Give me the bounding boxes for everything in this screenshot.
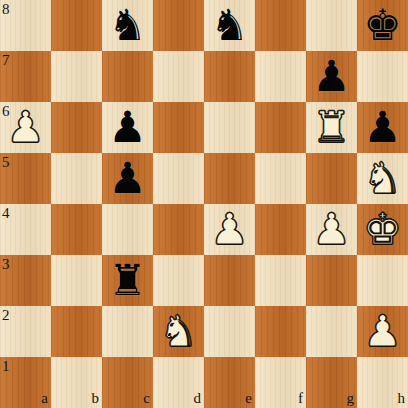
piece-black-pawn[interactable]: ♟ <box>357 102 408 153</box>
square-f6[interactable] <box>255 102 306 153</box>
square-g7[interactable]: ♟ <box>306 51 357 102</box>
square-a7[interactable]: 7 <box>0 51 51 102</box>
square-f2[interactable] <box>255 306 306 357</box>
rank-label-8: 8 <box>2 2 10 17</box>
square-b7[interactable] <box>51 51 102 102</box>
square-g2[interactable] <box>306 306 357 357</box>
square-g8[interactable] <box>306 0 357 51</box>
file-label-a: a <box>41 391 48 406</box>
square-h4[interactable]: ♚ <box>357 204 408 255</box>
piece-black-king[interactable]: ♚ <box>357 0 408 51</box>
square-e5[interactable] <box>204 153 255 204</box>
square-e3[interactable] <box>204 255 255 306</box>
square-d6[interactable] <box>153 102 204 153</box>
square-d8[interactable] <box>153 0 204 51</box>
file-label-c: c <box>143 391 150 406</box>
rank-label-4: 4 <box>2 206 10 221</box>
piece-black-pawn[interactable]: ♟ <box>102 153 153 204</box>
piece-black-pawn[interactable]: ♟ <box>306 51 357 102</box>
square-c4[interactable] <box>102 204 153 255</box>
square-h2[interactable]: ♟ <box>357 306 408 357</box>
square-d4[interactable] <box>153 204 204 255</box>
square-e6[interactable] <box>204 102 255 153</box>
square-c6[interactable]: ♟ <box>102 102 153 153</box>
piece-white-knight[interactable]: ♞ <box>153 306 204 357</box>
square-c8[interactable]: ♞ <box>102 0 153 51</box>
file-label-h: h <box>398 391 406 406</box>
square-c3[interactable]: ♜ <box>102 255 153 306</box>
rank-label-7: 7 <box>2 53 10 68</box>
square-h3[interactable] <box>357 255 408 306</box>
square-c5[interactable]: ♟ <box>102 153 153 204</box>
square-b6[interactable] <box>51 102 102 153</box>
piece-white-king[interactable]: ♚ <box>357 204 408 255</box>
square-e4[interactable]: ♟ <box>204 204 255 255</box>
square-a3[interactable]: 3 <box>0 255 51 306</box>
square-d1[interactable]: d <box>153 357 204 408</box>
rank-label-3: 3 <box>2 257 10 272</box>
square-g6[interactable]: ♜ <box>306 102 357 153</box>
square-d5[interactable] <box>153 153 204 204</box>
square-c2[interactable] <box>102 306 153 357</box>
rank-label-5: 5 <box>2 155 10 170</box>
piece-white-pawn[interactable]: ♟ <box>357 306 408 357</box>
chess-board: 8♞♞♚7♟6♟♟♜♟5♟♞4♟♟♚3♜2♞♟1abcdefgh <box>0 0 408 408</box>
square-d3[interactable] <box>153 255 204 306</box>
piece-white-pawn[interactable]: ♟ <box>0 102 51 153</box>
square-f7[interactable] <box>255 51 306 102</box>
piece-white-pawn[interactable]: ♟ <box>204 204 255 255</box>
file-label-g: g <box>347 391 355 406</box>
square-d7[interactable] <box>153 51 204 102</box>
square-b3[interactable] <box>51 255 102 306</box>
file-label-e: e <box>245 391 252 406</box>
square-b2[interactable] <box>51 306 102 357</box>
square-g3[interactable] <box>306 255 357 306</box>
square-e8[interactable]: ♞ <box>204 0 255 51</box>
square-h8[interactable]: ♚ <box>357 0 408 51</box>
square-e7[interactable] <box>204 51 255 102</box>
square-b4[interactable] <box>51 204 102 255</box>
square-g5[interactable] <box>306 153 357 204</box>
square-e2[interactable] <box>204 306 255 357</box>
piece-black-rook[interactable]: ♜ <box>102 255 153 306</box>
square-a4[interactable]: 4 <box>0 204 51 255</box>
square-d2[interactable]: ♞ <box>153 306 204 357</box>
square-h5[interactable]: ♞ <box>357 153 408 204</box>
square-f4[interactable] <box>255 204 306 255</box>
rank-label-2: 2 <box>2 308 10 323</box>
square-g4[interactable]: ♟ <box>306 204 357 255</box>
square-b5[interactable] <box>51 153 102 204</box>
file-label-d: d <box>194 391 202 406</box>
square-a6[interactable]: 6♟ <box>0 102 51 153</box>
square-f3[interactable] <box>255 255 306 306</box>
square-b8[interactable] <box>51 0 102 51</box>
piece-black-knight[interactable]: ♞ <box>102 0 153 51</box>
square-a1[interactable]: 1a <box>0 357 51 408</box>
square-g1[interactable]: g <box>306 357 357 408</box>
piece-white-pawn[interactable]: ♟ <box>306 204 357 255</box>
square-a5[interactable]: 5 <box>0 153 51 204</box>
file-label-b: b <box>92 391 100 406</box>
piece-white-knight[interactable]: ♞ <box>357 153 408 204</box>
square-a8[interactable]: 8 <box>0 0 51 51</box>
square-e1[interactable]: e <box>204 357 255 408</box>
piece-black-knight[interactable]: ♞ <box>204 0 255 51</box>
rank-label-1: 1 <box>2 359 10 374</box>
square-f8[interactable] <box>255 0 306 51</box>
square-f1[interactable]: f <box>255 357 306 408</box>
square-h7[interactable] <box>357 51 408 102</box>
piece-white-rook[interactable]: ♜ <box>306 102 357 153</box>
square-f5[interactable] <box>255 153 306 204</box>
square-h6[interactable]: ♟ <box>357 102 408 153</box>
file-label-f: f <box>298 391 303 406</box>
piece-black-pawn[interactable]: ♟ <box>102 102 153 153</box>
square-c1[interactable]: c <box>102 357 153 408</box>
square-c7[interactable] <box>102 51 153 102</box>
square-b1[interactable]: b <box>51 357 102 408</box>
square-h1[interactable]: h <box>357 357 408 408</box>
square-a2[interactable]: 2 <box>0 306 51 357</box>
